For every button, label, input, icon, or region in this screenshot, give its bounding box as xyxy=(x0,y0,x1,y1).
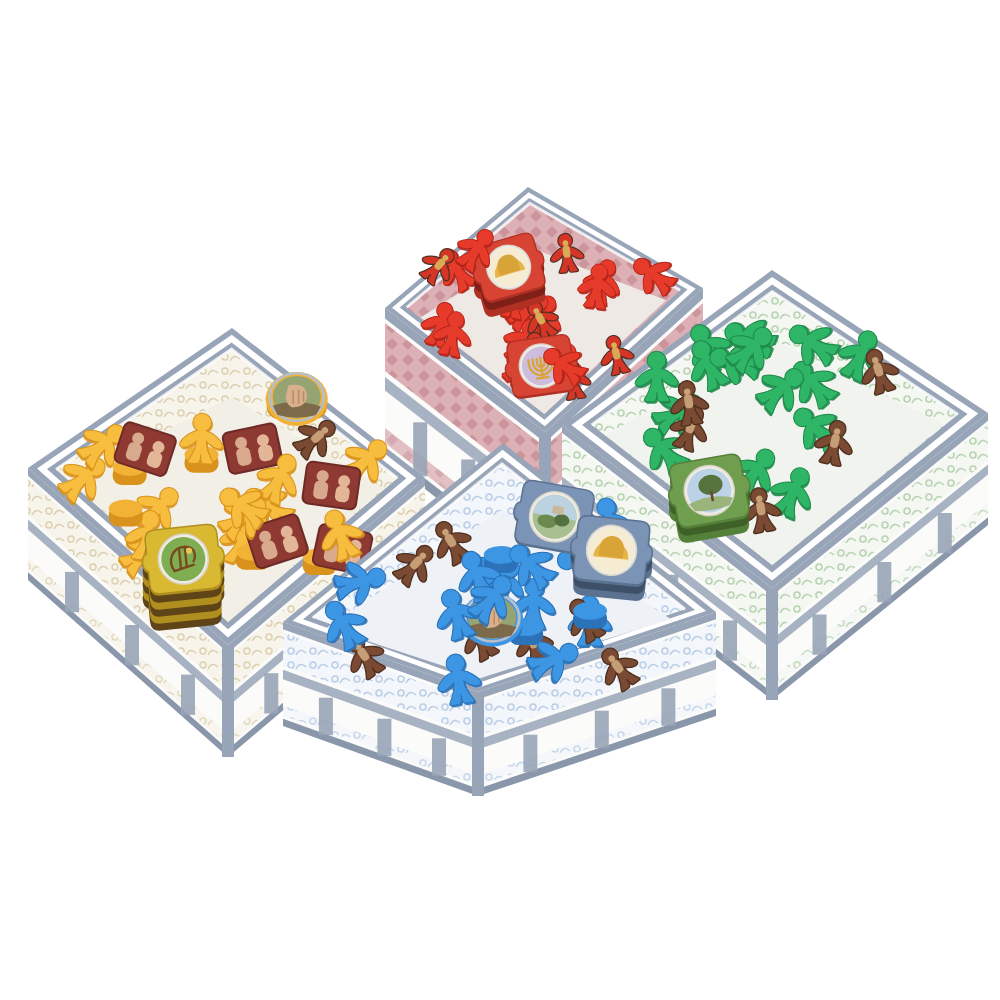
portrait-tile xyxy=(302,461,361,510)
icon-tile-stack xyxy=(567,514,655,602)
photo-stage xyxy=(0,0,1000,1000)
wooden-disc xyxy=(573,602,607,629)
icon-tile xyxy=(663,452,755,531)
insert-trays-photo xyxy=(0,0,1000,1000)
wooden-disc xyxy=(109,499,143,526)
hand-icon-disc xyxy=(266,372,328,426)
icon-tile xyxy=(139,523,227,597)
icon-tile xyxy=(567,514,655,588)
icon-tile-stack xyxy=(139,523,227,632)
